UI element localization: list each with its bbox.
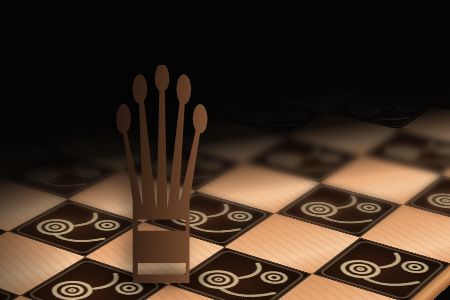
queen-glyph: ♛: [101, 65, 214, 295]
photo-scene: ♛: [0, 0, 450, 300]
queen-glyph-wrap: ♛: [32, 65, 284, 295]
